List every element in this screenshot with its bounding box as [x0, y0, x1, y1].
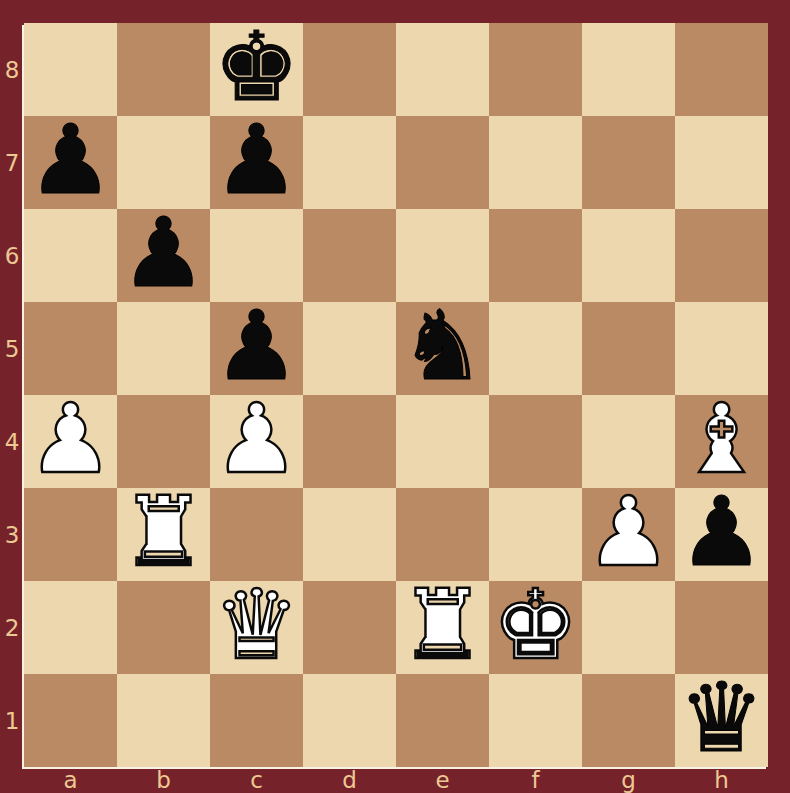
- square-a7[interactable]: ♟: [24, 116, 117, 209]
- square-e3[interactable]: [396, 488, 489, 581]
- square-f3[interactable]: [489, 488, 582, 581]
- rank-label-5: 5: [0, 302, 24, 395]
- square-c6[interactable]: [210, 209, 303, 302]
- white-pawn[interactable]: ♟: [213, 391, 299, 487]
- square-d7[interactable]: [303, 116, 396, 209]
- rank-labels: 87654321: [0, 23, 24, 767]
- file-label-a: a: [24, 767, 117, 793]
- white-queen[interactable]: ♛: [213, 577, 299, 673]
- white-bishop[interactable]: ♝: [678, 391, 764, 487]
- file-label-h: h: [675, 767, 768, 793]
- square-f4[interactable]: [489, 395, 582, 488]
- file-label-g: g: [582, 767, 675, 793]
- file-labels: abcdefgh: [24, 767, 768, 793]
- black-pawn[interactable]: ♟: [213, 112, 299, 208]
- square-e1[interactable]: [396, 674, 489, 767]
- file-label-b: b: [117, 767, 210, 793]
- square-g7[interactable]: [582, 116, 675, 209]
- square-f8[interactable]: [489, 23, 582, 116]
- square-d5[interactable]: [303, 302, 396, 395]
- rank-label-4: 4: [0, 395, 24, 488]
- white-pawn[interactable]: ♟: [585, 484, 671, 580]
- square-d8[interactable]: [303, 23, 396, 116]
- square-d2[interactable]: [303, 581, 396, 674]
- square-g3[interactable]: ♟: [582, 488, 675, 581]
- file-label-f: f: [489, 767, 582, 793]
- square-g1[interactable]: [582, 674, 675, 767]
- square-h2[interactable]: [675, 581, 768, 674]
- square-h3[interactable]: ♟: [675, 488, 768, 581]
- chess-board: ♚♟♟♟♟♞♟♟♝♜♟♟♛♜♚♛: [24, 23, 768, 767]
- square-h8[interactable]: [675, 23, 768, 116]
- square-g8[interactable]: [582, 23, 675, 116]
- rank-label-8: 8: [0, 23, 24, 116]
- square-b7[interactable]: [117, 116, 210, 209]
- black-knight[interactable]: ♞: [399, 298, 485, 394]
- square-a2[interactable]: [24, 581, 117, 674]
- white-rook[interactable]: ♜: [120, 484, 206, 580]
- rank-label-2: 2: [0, 581, 24, 674]
- square-d1[interactable]: [303, 674, 396, 767]
- black-king[interactable]: ♚: [213, 19, 299, 115]
- square-f1[interactable]: [489, 674, 582, 767]
- square-f7[interactable]: [489, 116, 582, 209]
- square-h6[interactable]: [675, 209, 768, 302]
- square-h4[interactable]: ♝: [675, 395, 768, 488]
- square-b2[interactable]: [117, 581, 210, 674]
- square-c3[interactable]: [210, 488, 303, 581]
- square-c7[interactable]: ♟: [210, 116, 303, 209]
- square-b8[interactable]: [117, 23, 210, 116]
- square-a5[interactable]: [24, 302, 117, 395]
- square-c4[interactable]: ♟: [210, 395, 303, 488]
- square-e6[interactable]: [396, 209, 489, 302]
- square-a8[interactable]: [24, 23, 117, 116]
- square-a3[interactable]: [24, 488, 117, 581]
- black-pawn[interactable]: ♟: [678, 484, 764, 580]
- rank-label-6: 6: [0, 209, 24, 302]
- rank-label-7: 7: [0, 116, 24, 209]
- black-pawn[interactable]: ♟: [213, 298, 299, 394]
- white-rook[interactable]: ♜: [399, 577, 485, 673]
- square-h7[interactable]: [675, 116, 768, 209]
- file-label-c: c: [210, 767, 303, 793]
- rank-label-1: 1: [0, 674, 24, 767]
- square-g2[interactable]: [582, 581, 675, 674]
- square-e2[interactable]: ♜: [396, 581, 489, 674]
- square-h5[interactable]: [675, 302, 768, 395]
- square-d6[interactable]: [303, 209, 396, 302]
- black-pawn[interactable]: ♟: [120, 205, 206, 301]
- white-king[interactable]: ♚: [492, 577, 578, 673]
- square-b6[interactable]: ♟: [117, 209, 210, 302]
- square-c8[interactable]: ♚: [210, 23, 303, 116]
- square-a1[interactable]: [24, 674, 117, 767]
- file-label-e: e: [396, 767, 489, 793]
- black-pawn[interactable]: ♟: [27, 112, 113, 208]
- square-g5[interactable]: [582, 302, 675, 395]
- file-label-d: d: [303, 767, 396, 793]
- square-b3[interactable]: ♜: [117, 488, 210, 581]
- square-g6[interactable]: [582, 209, 675, 302]
- square-e7[interactable]: [396, 116, 489, 209]
- square-c1[interactable]: [210, 674, 303, 767]
- square-f2[interactable]: ♚: [489, 581, 582, 674]
- square-e5[interactable]: ♞: [396, 302, 489, 395]
- square-f6[interactable]: [489, 209, 582, 302]
- square-e8[interactable]: [396, 23, 489, 116]
- square-b1[interactable]: [117, 674, 210, 767]
- white-pawn[interactable]: ♟: [27, 391, 113, 487]
- square-b4[interactable]: [117, 395, 210, 488]
- square-h1[interactable]: ♛: [675, 674, 768, 767]
- square-d3[interactable]: [303, 488, 396, 581]
- square-e4[interactable]: [396, 395, 489, 488]
- square-a6[interactable]: [24, 209, 117, 302]
- square-d4[interactable]: [303, 395, 396, 488]
- square-b5[interactable]: [117, 302, 210, 395]
- square-c5[interactable]: ♟: [210, 302, 303, 395]
- square-a4[interactable]: ♟: [24, 395, 117, 488]
- rank-label-3: 3: [0, 488, 24, 581]
- square-f5[interactable]: [489, 302, 582, 395]
- square-c2[interactable]: ♛: [210, 581, 303, 674]
- square-g4[interactable]: [582, 395, 675, 488]
- black-queen[interactable]: ♛: [678, 670, 764, 766]
